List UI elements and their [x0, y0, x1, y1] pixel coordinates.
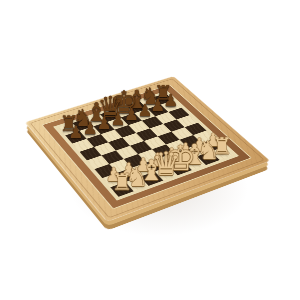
square-a1 — [110, 182, 133, 197]
square-d2 — [146, 158, 169, 172]
square-c4 — [116, 146, 138, 159]
square-b1 — [125, 177, 148, 192]
square-f3 — [166, 140, 188, 153]
square-e3 — [152, 144, 174, 157]
square-e2 — [160, 153, 183, 167]
square-a3 — [95, 164, 118, 178]
square-c2 — [132, 163, 155, 177]
square-f1 — [183, 156, 206, 170]
square-d4 — [130, 141, 152, 154]
square-g2 — [188, 143, 210, 156]
square-b3 — [109, 159, 132, 173]
square-d1 — [155, 166, 178, 180]
square-g1 — [197, 151, 220, 165]
product-photo: ♜♞♝♛♚♝♞♜♟♟♟♟♟♟♟♟♟♟♟♟♟♟♟♟♜♞♝♛♚♝♞♜ — [0, 0, 300, 300]
board-grid — [58, 93, 233, 196]
square-c3 — [124, 154, 146, 168]
square-b4 — [102, 151, 124, 164]
square-a5 — [80, 147, 102, 160]
square-d3 — [138, 149, 160, 162]
square-c1 — [140, 171, 163, 185]
square-e1 — [169, 161, 192, 175]
square-b2 — [117, 168, 140, 182]
square-b5 — [94, 142, 116, 155]
square-a4 — [87, 155, 109, 169]
square-a2 — [102, 173, 125, 187]
square-h1 — [211, 147, 234, 160]
square-f2 — [174, 148, 197, 161]
